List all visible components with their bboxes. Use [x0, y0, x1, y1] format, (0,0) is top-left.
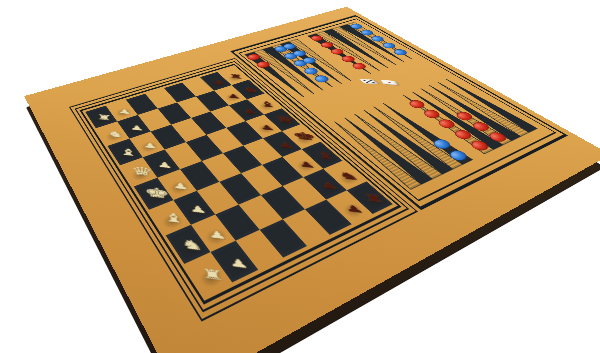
chess-square-g2[interactable] [191, 214, 236, 252]
die-pip [365, 82, 369, 83]
chess-square-h8[interactable] [347, 181, 393, 214]
game-board: ♜♞♝♛♚♝♞♜♟♟♟♟♟♟♟♟♟♟♟♟♟♟♟♟♜♞♝♛♚♝♞♜ [24, 7, 600, 353]
die-pip [372, 82, 376, 83]
chess-square-h6[interactable] [305, 200, 352, 235]
chess-square-f2[interactable] [173, 191, 215, 225]
photo-stage: ♜♞♝♛♚♝♞♜♟♟♟♟♟♟♟♟♟♟♟♟♟♟♟♟♜♞♝♛♚♝♞♜ [0, 0, 600, 353]
chess-square-e2[interactable] [157, 169, 196, 200]
chess-square-g5[interactable] [261, 186, 305, 219]
chess-square-e3[interactable] [180, 161, 219, 191]
chess-square-g7[interactable] [303, 169, 347, 200]
chess-square-h5[interactable] [283, 209, 330, 246]
board-surface: ♜♞♝♛♚♝♞♜♟♟♟♟♟♟♟♟♟♟♟♟♟♟♟♟♜♞♝♛♚♝♞♜ [24, 7, 600, 353]
chess-square-h4[interactable] [260, 219, 307, 257]
chess-square-h1[interactable] [184, 252, 232, 296]
chess-square-g3[interactable] [215, 205, 259, 241]
chess-square-g1[interactable] [166, 225, 211, 264]
chess-square-f4[interactable] [219, 173, 261, 204]
chess-square-d1[interactable] [120, 157, 157, 186]
chess-square-g8[interactable] [323, 161, 366, 191]
chess-square-e4[interactable] [202, 153, 241, 182]
chess-square-h3[interactable] [236, 230, 284, 270]
chess-square-h7[interactable] [326, 190, 372, 224]
chess-square-h2[interactable] [210, 241, 258, 283]
chess-square-f3[interactable] [197, 182, 239, 215]
chess-square-g4[interactable] [239, 195, 283, 230]
die-pip [388, 82, 391, 83]
chess-square-f1[interactable] [149, 200, 191, 235]
chess-square-g6[interactable] [283, 177, 327, 209]
chess-square-e1[interactable] [134, 178, 174, 210]
chess-square-f5[interactable] [241, 165, 282, 195]
